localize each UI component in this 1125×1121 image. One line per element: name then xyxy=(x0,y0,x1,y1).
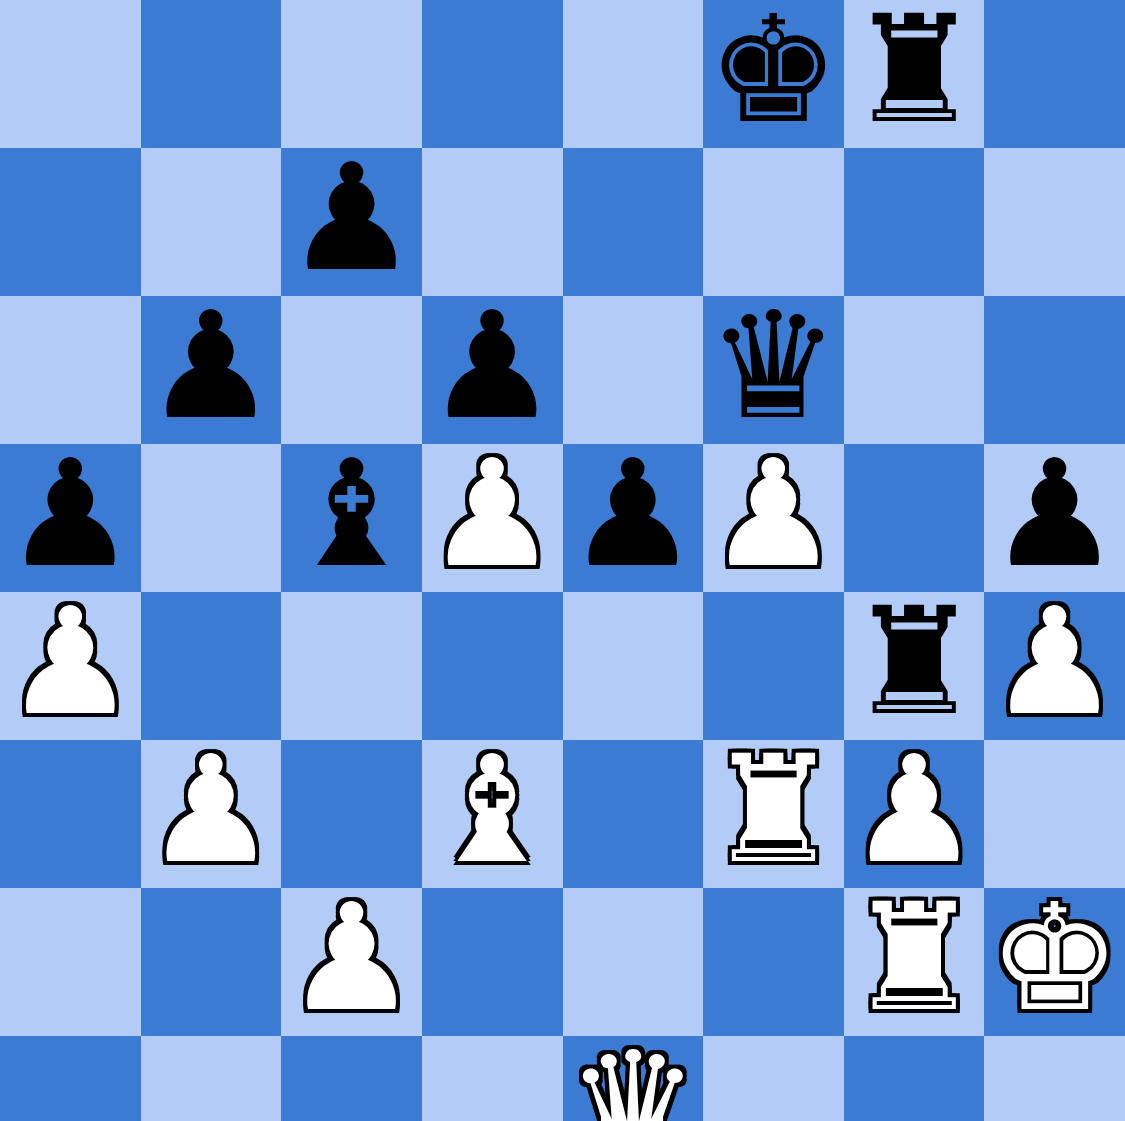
square-a4[interactable]: ♟ xyxy=(0,592,141,740)
square-d3[interactable]: ♝ xyxy=(422,740,563,888)
square-c8[interactable] xyxy=(281,0,422,148)
square-c3[interactable] xyxy=(281,740,422,888)
square-d6[interactable]: ♟ xyxy=(422,296,563,444)
square-b5[interactable] xyxy=(141,444,282,592)
square-g5[interactable] xyxy=(844,444,985,592)
white-rook-f3[interactable]: ♜ xyxy=(707,736,840,884)
square-h7[interactable] xyxy=(984,148,1125,296)
black-pawn-e5[interactable]: ♟ xyxy=(566,440,699,588)
black-pawn-c7[interactable]: ♟ xyxy=(285,144,418,292)
square-d7[interactable] xyxy=(422,148,563,296)
square-g2[interactable]: ♜ xyxy=(844,888,985,1036)
white-pawn-d5[interactable]: ♟ xyxy=(426,440,559,588)
square-b8[interactable] xyxy=(141,0,282,148)
square-e2[interactable] xyxy=(563,888,704,1036)
square-c5[interactable]: ♝ xyxy=(281,444,422,592)
square-e4[interactable] xyxy=(563,592,704,740)
square-e8[interactable] xyxy=(563,0,704,148)
chess-board: ♚♜♟♟♟♛♟♝♟♟♟♟♟♜♟♟♝♜♟♟♜♚♛ xyxy=(0,0,1125,1121)
square-h8[interactable] xyxy=(984,0,1125,148)
square-c2[interactable]: ♟ xyxy=(281,888,422,1036)
square-a2[interactable] xyxy=(0,888,141,1036)
square-f5[interactable]: ♟ xyxy=(703,444,844,592)
square-g4[interactable]: ♜ xyxy=(844,592,985,740)
white-bishop-d3[interactable]: ♝ xyxy=(426,736,559,884)
square-f1[interactable] xyxy=(703,1036,844,1121)
square-e7[interactable] xyxy=(563,148,704,296)
square-b2[interactable] xyxy=(141,888,282,1036)
square-b3[interactable]: ♟ xyxy=(141,740,282,888)
square-d8[interactable] xyxy=(422,0,563,148)
black-rook-g4[interactable]: ♜ xyxy=(848,588,981,736)
square-f3[interactable]: ♜ xyxy=(703,740,844,888)
square-a3[interactable] xyxy=(0,740,141,888)
black-pawn-b6[interactable]: ♟ xyxy=(145,292,278,440)
square-d2[interactable] xyxy=(422,888,563,1036)
square-d4[interactable] xyxy=(422,592,563,740)
black-pawn-a5[interactable]: ♟ xyxy=(4,440,137,588)
black-pawn-d6[interactable]: ♟ xyxy=(426,292,559,440)
black-bishop-c5[interactable]: ♝ xyxy=(285,440,418,588)
square-g8[interactable]: ♜ xyxy=(844,0,985,148)
black-rook-g8[interactable]: ♜ xyxy=(848,0,981,144)
square-c4[interactable] xyxy=(281,592,422,740)
square-d1[interactable] xyxy=(422,1036,563,1121)
square-h2[interactable]: ♚ xyxy=(984,888,1125,1036)
white-king-h2[interactable]: ♚ xyxy=(988,884,1121,1032)
white-pawn-g3[interactable]: ♟ xyxy=(848,736,981,884)
square-e5[interactable]: ♟ xyxy=(563,444,704,592)
white-pawn-a4[interactable]: ♟ xyxy=(4,588,137,736)
square-f7[interactable] xyxy=(703,148,844,296)
black-king-f8[interactable]: ♚ xyxy=(707,0,840,144)
square-b1[interactable] xyxy=(141,1036,282,1121)
square-f6[interactable]: ♛ xyxy=(703,296,844,444)
square-e1[interactable]: ♛ xyxy=(563,1036,704,1121)
white-pawn-c2[interactable]: ♟ xyxy=(285,884,418,1032)
square-a5[interactable]: ♟ xyxy=(0,444,141,592)
black-pawn-h5[interactable]: ♟ xyxy=(988,440,1121,588)
square-d5[interactable]: ♟ xyxy=(422,444,563,592)
square-g3[interactable]: ♟ xyxy=(844,740,985,888)
square-g7[interactable] xyxy=(844,148,985,296)
square-e6[interactable] xyxy=(563,296,704,444)
square-h6[interactable] xyxy=(984,296,1125,444)
square-g6[interactable] xyxy=(844,296,985,444)
white-queen-e1[interactable]: ♛ xyxy=(566,1032,699,1121)
square-b4[interactable] xyxy=(141,592,282,740)
square-c7[interactable]: ♟ xyxy=(281,148,422,296)
square-c6[interactable] xyxy=(281,296,422,444)
square-a6[interactable] xyxy=(0,296,141,444)
black-queen-f6[interactable]: ♛ xyxy=(707,292,840,440)
square-h1[interactable] xyxy=(984,1036,1125,1121)
white-pawn-h4[interactable]: ♟ xyxy=(988,588,1121,736)
square-h4[interactable]: ♟ xyxy=(984,592,1125,740)
square-b7[interactable] xyxy=(141,148,282,296)
white-pawn-b3[interactable]: ♟ xyxy=(145,736,278,884)
square-a7[interactable] xyxy=(0,148,141,296)
square-g1[interactable] xyxy=(844,1036,985,1121)
square-a1[interactable] xyxy=(0,1036,141,1121)
square-f2[interactable] xyxy=(703,888,844,1036)
square-c1[interactable] xyxy=(281,1036,422,1121)
white-pawn-f5[interactable]: ♟ xyxy=(707,440,840,588)
square-a8[interactable] xyxy=(0,0,141,148)
white-rook-g2[interactable]: ♜ xyxy=(848,884,981,1032)
square-f4[interactable] xyxy=(703,592,844,740)
square-e3[interactable] xyxy=(563,740,704,888)
square-b6[interactable]: ♟ xyxy=(141,296,282,444)
square-h3[interactable] xyxy=(984,740,1125,888)
square-h5[interactable]: ♟ xyxy=(984,444,1125,592)
square-f8[interactable]: ♚ xyxy=(703,0,844,148)
